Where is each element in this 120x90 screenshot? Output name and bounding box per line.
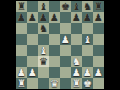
white-bishop-piece[interactable]: ♝ — [83, 34, 92, 45]
square-a8[interactable]: ♜ — [16, 1, 27, 12]
square-d7[interactable]: ♟ — [49, 12, 60, 23]
white-pawn-piece[interactable]: ♟ — [94, 67, 103, 78]
square-g1[interactable]: ♚ — [82, 78, 93, 89]
white-queen-piece[interactable]: ♛ — [50, 78, 59, 89]
white-knight-piece[interactable]: ♞ — [72, 56, 81, 67]
square-g2[interactable]: ♟ — [82, 67, 93, 78]
square-h7[interactable]: ♟ — [93, 12, 104, 23]
black-bishop-piece[interactable]: ♝ — [39, 1, 48, 12]
black-pawn-piece[interactable]: ♟ — [94, 12, 103, 23]
square-d4[interactable] — [49, 45, 60, 56]
square-e2[interactable] — [60, 67, 71, 78]
black-king-piece[interactable]: ♚ — [61, 1, 70, 12]
square-b7[interactable]: ♟ — [27, 12, 38, 23]
square-e5[interactable]: ♟ — [60, 34, 71, 45]
square-b5[interactable] — [27, 34, 38, 45]
square-c5[interactable] — [38, 34, 49, 45]
square-d1[interactable]: ♛ — [49, 78, 60, 89]
black-knight-piece[interactable]: ♞ — [39, 23, 48, 34]
square-g5[interactable]: ♝ — [82, 34, 93, 45]
square-f3[interactable]: ♞ — [71, 56, 82, 67]
square-g6[interactable] — [82, 23, 93, 34]
square-e6[interactable] — [60, 23, 71, 34]
square-g7[interactable]: ♟ — [82, 12, 93, 23]
white-bishop-piece[interactable]: ♝ — [39, 45, 48, 56]
black-pawn-piece[interactable]: ♟ — [83, 12, 92, 23]
square-d3[interactable] — [49, 56, 60, 67]
square-f7[interactable]: ♟ — [71, 12, 82, 23]
square-c2[interactable] — [38, 67, 49, 78]
square-b2[interactable]: ♟ — [27, 67, 38, 78]
black-queen-piece[interactable]: ♛ — [39, 56, 48, 67]
black-pawn-piece[interactable]: ♟ — [17, 12, 26, 23]
black-pawn-piece[interactable]: ♟ — [50, 12, 59, 23]
square-c4[interactable]: ♝ — [38, 45, 49, 56]
square-c6[interactable]: ♞ — [38, 23, 49, 34]
square-h5[interactable] — [93, 34, 104, 45]
square-e3[interactable] — [60, 56, 71, 67]
square-b1[interactable] — [27, 78, 38, 89]
square-f8[interactable]: ♝ — [71, 1, 82, 12]
white-pawn-piece[interactable]: ♟ — [28, 67, 37, 78]
square-g8[interactable]: ♞ — [82, 1, 93, 12]
square-b4[interactable] — [27, 45, 38, 56]
white-king-piece[interactable]: ♚ — [83, 78, 92, 89]
square-g3[interactable] — [82, 56, 93, 67]
black-pawn-piece[interactable]: ♟ — [72, 12, 81, 23]
square-a2[interactable]: ♟ — [16, 67, 27, 78]
white-pawn-piece[interactable]: ♟ — [61, 34, 70, 45]
square-a1[interactable]: ♜ — [16, 78, 27, 89]
black-rook-piece[interactable]: ♜ — [94, 1, 103, 12]
square-e8[interactable]: ♚ — [60, 1, 71, 12]
square-d5[interactable] — [49, 34, 60, 45]
square-a6[interactable] — [16, 23, 27, 34]
square-a7[interactable]: ♟ — [16, 12, 27, 23]
square-f2[interactable]: ♟ — [71, 67, 82, 78]
white-pawn-piece[interactable]: ♟ — [72, 67, 81, 78]
square-b6[interactable] — [27, 23, 38, 34]
square-a5[interactable] — [16, 34, 27, 45]
square-d6[interactable] — [49, 23, 60, 34]
square-h8[interactable]: ♜ — [93, 1, 104, 12]
square-h2[interactable]: ♟ — [93, 67, 104, 78]
white-pawn-piece[interactable]: ♟ — [17, 67, 26, 78]
square-c7[interactable]: ♟ — [38, 12, 49, 23]
black-pawn-piece[interactable]: ♟ — [39, 12, 48, 23]
square-a4[interactable] — [16, 45, 27, 56]
square-a3[interactable] — [16, 56, 27, 67]
square-h6[interactable] — [93, 23, 104, 34]
square-e1[interactable] — [60, 78, 71, 89]
black-bishop-piece[interactable]: ♝ — [72, 1, 81, 12]
square-g4[interactable] — [82, 45, 93, 56]
white-rook-piece[interactable]: ♜ — [17, 78, 26, 89]
square-b8[interactable] — [27, 1, 38, 12]
black-rook-piece[interactable]: ♜ — [17, 1, 26, 12]
black-knight-piece[interactable]: ♞ — [83, 1, 92, 12]
white-pawn-piece[interactable]: ♟ — [83, 67, 92, 78]
black-pawn-piece[interactable]: ♟ — [28, 12, 37, 23]
white-rook-piece[interactable]: ♜ — [72, 78, 81, 89]
square-d8[interactable] — [49, 1, 60, 12]
square-h3[interactable] — [93, 56, 104, 67]
square-e4[interactable] — [60, 45, 71, 56]
square-c3[interactable]: ♛ — [38, 56, 49, 67]
square-f6[interactable] — [71, 23, 82, 34]
chess-board[interactable]: ♜♝♚♝♞♜♟♟♟♟♟♟♟♞♟♝♝♛♞♟♟♟♟♟♜♛♜♚ — [16, 1, 104, 89]
square-h1[interactable] — [93, 78, 104, 89]
square-f1[interactable]: ♜ — [71, 78, 82, 89]
square-f4[interactable] — [71, 45, 82, 56]
square-c8[interactable]: ♝ — [38, 1, 49, 12]
square-e7[interactable] — [60, 12, 71, 23]
square-b3[interactable] — [27, 56, 38, 67]
square-f5[interactable] — [71, 34, 82, 45]
square-c1[interactable] — [38, 78, 49, 89]
square-h4[interactable] — [93, 45, 104, 56]
square-d2[interactable] — [49, 67, 60, 78]
